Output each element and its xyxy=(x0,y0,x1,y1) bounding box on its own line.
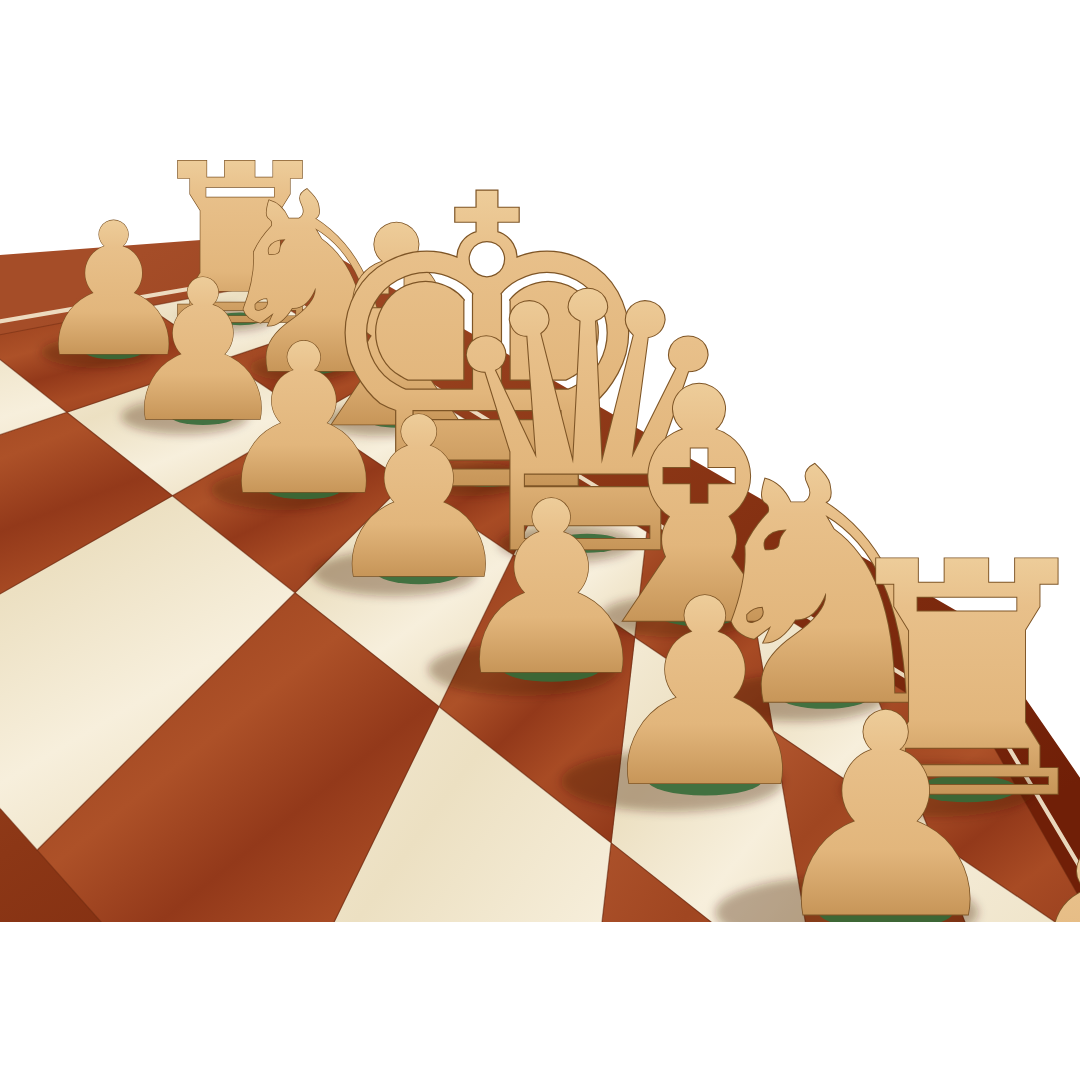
chess-board-3d: ♜♞♝♚♛♟♝♟♞♟♜♟♟♟♟♟ xyxy=(0,0,1080,1080)
product-photo: ♜♞♝♚♛♟♝♟♞♟♜♟♟♟♟♟ xyxy=(0,0,1080,1080)
photo-crop-mask xyxy=(0,922,1080,1080)
